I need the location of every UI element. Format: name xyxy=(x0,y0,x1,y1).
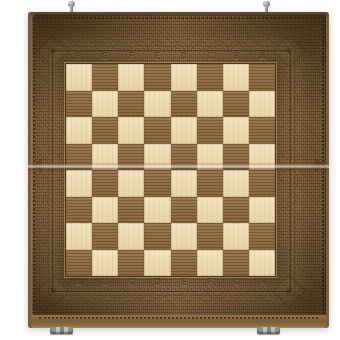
file-label: F xyxy=(197,277,223,289)
file-label: H xyxy=(250,277,276,289)
rank-label: 1 xyxy=(53,63,65,90)
file-label: D xyxy=(144,277,170,289)
file-label: B xyxy=(223,51,249,63)
rank-label: 4 xyxy=(276,143,288,170)
board-square[interactable] xyxy=(249,197,275,224)
rank-label: 8 xyxy=(276,250,288,277)
board-square[interactable] xyxy=(171,117,197,144)
board-square[interactable] xyxy=(92,197,118,224)
board-square[interactable] xyxy=(144,91,170,118)
bottom-hinge-icon xyxy=(257,327,280,334)
board-square[interactable] xyxy=(92,64,118,91)
board-square[interactable] xyxy=(171,170,197,197)
board-square[interactable] xyxy=(197,197,223,224)
board-square[interactable] xyxy=(223,170,249,197)
board-square[interactable] xyxy=(144,197,170,224)
file-label: A xyxy=(65,277,91,289)
board-square[interactable] xyxy=(197,223,223,250)
board-square[interactable] xyxy=(171,250,197,277)
board-square[interactable] xyxy=(249,144,275,171)
board-square[interactable] xyxy=(144,250,170,277)
bead-dot-row xyxy=(39,317,318,319)
rank-label: 2 xyxy=(276,90,288,117)
rank-label: 4 xyxy=(53,143,65,170)
rank-label: 6 xyxy=(276,197,288,224)
board-square[interactable] xyxy=(171,91,197,118)
board-square[interactable] xyxy=(223,117,249,144)
file-label: D xyxy=(171,51,197,63)
rank-label: 5 xyxy=(276,170,288,197)
board-square[interactable] xyxy=(197,250,223,277)
board-square[interactable] xyxy=(66,144,92,171)
file-label: E xyxy=(171,277,197,289)
rank-labels-left: 12345678 xyxy=(53,63,65,277)
bottom-hinge-icon xyxy=(50,327,73,334)
rank-label: 1 xyxy=(276,63,288,90)
board-square[interactable] xyxy=(118,91,144,118)
chess-box-lid: HGFEDCBA ABCDEFGH 12345678 12345678 xyxy=(28,12,329,328)
board-square[interactable] xyxy=(197,91,223,118)
board-square[interactable] xyxy=(118,117,144,144)
file-label: C xyxy=(197,51,223,63)
board-square[interactable] xyxy=(92,223,118,250)
board-square[interactable] xyxy=(144,223,170,250)
board-square[interactable] xyxy=(66,64,92,91)
board-square[interactable] xyxy=(92,91,118,118)
board-square[interactable] xyxy=(249,250,275,277)
board-square[interactable] xyxy=(92,250,118,277)
rank-label: 7 xyxy=(276,224,288,251)
rank-label: 7 xyxy=(53,224,65,251)
rank-labels-right: 12345678 xyxy=(276,63,288,277)
board-square[interactable] xyxy=(118,223,144,250)
file-label: C xyxy=(118,277,144,289)
board-square[interactable] xyxy=(144,144,170,171)
board-square[interactable] xyxy=(249,223,275,250)
board-square[interactable] xyxy=(66,223,92,250)
board-square[interactable] xyxy=(118,197,144,224)
board-square[interactable] xyxy=(66,170,92,197)
board-square[interactable] xyxy=(92,170,118,197)
board-square[interactable] xyxy=(197,64,223,91)
file-label: A xyxy=(250,51,276,63)
board-square[interactable] xyxy=(144,64,170,91)
file-label: H xyxy=(65,51,91,63)
board-square[interactable] xyxy=(144,117,170,144)
rank-label: 3 xyxy=(53,117,65,144)
board-square[interactable] xyxy=(171,64,197,91)
board-square[interactable] xyxy=(118,144,144,171)
board-square[interactable] xyxy=(249,91,275,118)
file-label: F xyxy=(118,51,144,63)
file-labels-bottom: ABCDEFGH xyxy=(65,277,276,289)
board-square[interactable] xyxy=(66,197,92,224)
board-square[interactable] xyxy=(118,64,144,91)
board-square[interactable] xyxy=(92,117,118,144)
board-square[interactable] xyxy=(197,170,223,197)
board-square[interactable] xyxy=(118,170,144,197)
board-square[interactable] xyxy=(118,250,144,277)
rank-label: 6 xyxy=(53,197,65,224)
board-square[interactable] xyxy=(223,250,249,277)
file-label: G xyxy=(223,277,249,289)
board-square[interactable] xyxy=(66,250,92,277)
board-square[interactable] xyxy=(223,197,249,224)
rank-label: 3 xyxy=(276,117,288,144)
board-square[interactable] xyxy=(92,144,118,171)
board-square[interactable] xyxy=(66,91,92,118)
rank-label: 2 xyxy=(53,90,65,117)
file-label: G xyxy=(91,51,117,63)
side-fleur-ornament xyxy=(315,158,325,172)
board-square[interactable] xyxy=(249,170,275,197)
board-square[interactable] xyxy=(223,64,249,91)
file-labels-top: HGFEDCBA xyxy=(65,51,276,63)
board-square[interactable] xyxy=(197,144,223,171)
product-photo: HGFEDCBA ABCDEFGH 12345678 12345678 xyxy=(0,0,340,340)
side-fleur-ornament xyxy=(32,158,42,172)
board-square[interactable] xyxy=(171,223,197,250)
board-square[interactable] xyxy=(171,144,197,171)
board-square[interactable] xyxy=(223,223,249,250)
board-square[interactable] xyxy=(249,117,275,144)
rank-label: 8 xyxy=(53,250,65,277)
box-side-face xyxy=(31,315,326,328)
board-square[interactable] xyxy=(144,170,170,197)
file-label: E xyxy=(144,51,170,63)
board-square[interactable] xyxy=(223,91,249,118)
chess-board xyxy=(65,63,276,277)
board-square[interactable] xyxy=(249,64,275,91)
board-square[interactable] xyxy=(171,197,197,224)
board-square[interactable] xyxy=(197,117,223,144)
rank-label: 5 xyxy=(53,170,65,197)
board-square[interactable] xyxy=(223,144,249,171)
file-label: B xyxy=(91,277,117,289)
board-square[interactable] xyxy=(66,117,92,144)
